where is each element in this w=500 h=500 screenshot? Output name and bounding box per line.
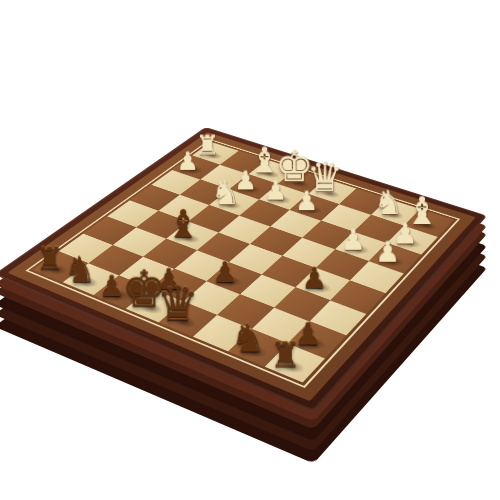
chess-case: ♜♝♚♛♞♝♟♟♟♟♟♞♟♟♝♟♟♟♟♜♞♟♚♛♞♜ (0, 127, 487, 411)
dark-bishop[interactable]: ♝ (166, 205, 200, 243)
white-knight[interactable]: ♞ (211, 177, 240, 209)
white-rook[interactable]: ♜ (195, 132, 219, 159)
dark-knight[interactable]: ♞ (231, 318, 266, 357)
square-h6[interactable]: ♟ (369, 243, 421, 273)
dark-pawn[interactable]: ♟ (302, 263, 328, 292)
dark-queen[interactable]: ♛ (156, 280, 199, 328)
white-pawn[interactable]: ♟ (375, 238, 400, 266)
dark-rook[interactable]: ♜ (36, 243, 64, 274)
square-d5[interactable] (219, 216, 271, 244)
white-pawn[interactable]: ♟ (177, 149, 199, 174)
white-knight[interactable]: ♞ (374, 186, 403, 219)
product-photo-scene: ♜♝♚♛♞♝♟♟♟♟♟♞♟♟♝♟♟♟♟♜♞♟♚♛♞♜ (0, 0, 500, 500)
white-pawn[interactable]: ♟ (295, 188, 318, 214)
dark-knight[interactable]: ♞ (64, 251, 96, 287)
dark-rook[interactable]: ♜ (270, 338, 301, 373)
dark-pawn[interactable]: ♟ (212, 258, 238, 286)
white-pawn[interactable]: ♟ (341, 226, 366, 253)
white-pawn[interactable]: ♟ (264, 178, 287, 204)
